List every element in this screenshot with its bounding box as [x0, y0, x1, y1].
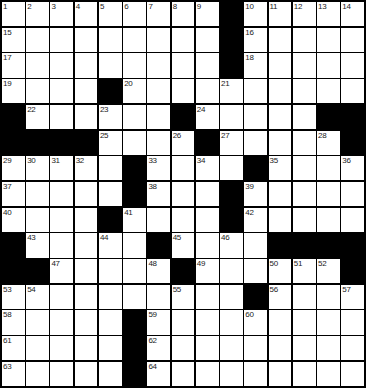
white-cell[interactable]: [75, 362, 98, 386]
black-cell: [220, 53, 243, 77]
white-cell[interactable]: [244, 259, 267, 283]
clue-number: 52: [318, 259, 326, 269]
white-cell[interactable]: 39: [244, 182, 267, 206]
white-cell[interactable]: 63: [2, 362, 25, 386]
black-cell: [147, 233, 170, 257]
white-cell[interactable]: [317, 28, 340, 52]
black-cell: [123, 336, 146, 360]
white-cell[interactable]: 44: [99, 233, 122, 257]
white-cell[interactable]: [293, 336, 316, 360]
black-cell: [75, 131, 98, 155]
clue-number: 44: [100, 233, 108, 243]
clue-number: 48: [148, 259, 156, 269]
white-cell[interactable]: [269, 53, 292, 77]
white-cell[interactable]: 53: [2, 285, 25, 309]
white-cell[interactable]: [99, 53, 122, 77]
clue-number: 12: [294, 2, 302, 12]
white-cell[interactable]: [75, 233, 98, 257]
black-cell: [220, 2, 243, 26]
white-cell[interactable]: 46: [220, 233, 243, 257]
white-cell[interactable]: 4: [75, 2, 98, 26]
white-cell[interactable]: 1: [2, 2, 25, 26]
black-cell: [244, 156, 267, 180]
clue-number: 2: [27, 2, 31, 12]
white-cell[interactable]: [99, 28, 122, 52]
white-cell[interactable]: [26, 79, 49, 103]
white-cell[interactable]: [50, 53, 73, 77]
white-cell[interactable]: 62: [147, 336, 170, 360]
white-cell[interactable]: [341, 310, 364, 334]
white-cell[interactable]: [75, 182, 98, 206]
white-cell[interactable]: 41: [123, 208, 146, 232]
white-cell[interactable]: [123, 259, 146, 283]
white-cell[interactable]: [196, 182, 219, 206]
clue-number: 37: [3, 182, 11, 192]
white-cell[interactable]: [50, 233, 73, 257]
white-cell[interactable]: [269, 79, 292, 103]
clue-number: 25: [100, 131, 108, 141]
white-cell[interactable]: [293, 156, 316, 180]
white-cell[interactable]: [269, 336, 292, 360]
white-cell[interactable]: 54: [26, 285, 49, 309]
white-cell[interactable]: [269, 182, 292, 206]
white-cell[interactable]: [172, 156, 195, 180]
clue-number: 49: [197, 259, 205, 269]
white-cell[interactable]: 21: [220, 79, 243, 103]
white-cell[interactable]: [75, 105, 98, 129]
white-cell[interactable]: 6: [123, 2, 146, 26]
white-cell[interactable]: 38: [147, 182, 170, 206]
white-cell[interactable]: [26, 336, 49, 360]
clue-number: 1: [3, 2, 7, 12]
white-cell[interactable]: [50, 208, 73, 232]
white-cell[interactable]: [196, 310, 219, 334]
white-cell[interactable]: 12: [293, 2, 316, 26]
white-cell[interactable]: 36: [341, 156, 364, 180]
clue-number: 64: [148, 362, 156, 372]
clue-number: 58: [3, 310, 11, 320]
clue-number: 47: [51, 259, 59, 269]
white-cell[interactable]: [26, 182, 49, 206]
white-cell[interactable]: [293, 105, 316, 129]
white-cell[interactable]: 27: [220, 131, 243, 155]
white-cell[interactable]: [75, 285, 98, 309]
white-cell[interactable]: [172, 208, 195, 232]
white-cell[interactable]: [341, 362, 364, 386]
clue-number: 63: [3, 362, 11, 372]
white-cell[interactable]: [99, 182, 122, 206]
white-cell[interactable]: [293, 53, 316, 77]
white-cell[interactable]: [341, 79, 364, 103]
black-cell: [123, 362, 146, 386]
white-cell[interactable]: [293, 28, 316, 52]
white-cell[interactable]: 45: [172, 233, 195, 257]
white-cell[interactable]: [196, 336, 219, 360]
clue-number: 24: [197, 105, 205, 115]
white-cell[interactable]: [26, 53, 49, 77]
black-cell: [196, 131, 219, 155]
white-cell[interactable]: [244, 105, 267, 129]
black-cell: [2, 105, 25, 129]
white-cell[interactable]: 24: [196, 105, 219, 129]
white-cell[interactable]: [293, 310, 316, 334]
clue-number: 61: [3, 336, 11, 346]
white-cell[interactable]: [269, 208, 292, 232]
clue-number: 26: [173, 131, 181, 141]
white-cell[interactable]: [172, 310, 195, 334]
white-cell[interactable]: [123, 131, 146, 155]
white-cell[interactable]: [99, 362, 122, 386]
black-cell: [123, 156, 146, 180]
white-cell[interactable]: 29: [2, 156, 25, 180]
black-cell: [26, 259, 49, 283]
white-cell[interactable]: 20: [123, 79, 146, 103]
white-cell[interactable]: [293, 208, 316, 232]
white-cell[interactable]: [244, 362, 267, 386]
white-cell[interactable]: [123, 28, 146, 52]
white-cell[interactable]: 10: [244, 2, 267, 26]
clue-number: 39: [245, 182, 253, 192]
white-cell[interactable]: [99, 310, 122, 334]
clue-number: 50: [270, 259, 278, 269]
clue-number: 7: [148, 2, 152, 12]
white-cell[interactable]: 25: [99, 131, 122, 155]
white-cell[interactable]: [220, 310, 243, 334]
white-cell[interactable]: [50, 336, 73, 360]
black-cell: [2, 233, 25, 257]
clue-number: 5: [100, 2, 104, 12]
white-cell[interactable]: [147, 208, 170, 232]
white-cell[interactable]: [220, 259, 243, 283]
white-cell[interactable]: [341, 53, 364, 77]
clue-number: 4: [76, 2, 80, 12]
white-cell[interactable]: [196, 233, 219, 257]
white-cell[interactable]: [172, 362, 195, 386]
white-cell[interactable]: [75, 53, 98, 77]
white-cell[interactable]: 15: [2, 28, 25, 52]
white-cell[interactable]: [123, 233, 146, 257]
clue-number: 28: [318, 131, 326, 141]
white-cell[interactable]: 48: [147, 259, 170, 283]
black-cell: [172, 105, 195, 129]
white-cell[interactable]: [196, 208, 219, 232]
white-cell[interactable]: 33: [147, 156, 170, 180]
white-cell[interactable]: [293, 182, 316, 206]
white-cell[interactable]: 42: [244, 208, 267, 232]
white-cell[interactable]: 11: [269, 2, 292, 26]
white-cell[interactable]: [50, 182, 73, 206]
clue-number: 40: [3, 208, 11, 218]
clue-number: 31: [51, 156, 59, 166]
white-cell[interactable]: 7: [147, 2, 170, 26]
black-cell: [123, 182, 146, 206]
white-cell[interactable]: 37: [2, 182, 25, 206]
white-cell[interactable]: 5: [99, 2, 122, 26]
white-cell[interactable]: 56: [269, 285, 292, 309]
white-cell[interactable]: [99, 285, 122, 309]
white-cell[interactable]: [293, 285, 316, 309]
clue-number: 11: [270, 2, 278, 12]
white-cell[interactable]: [26, 362, 49, 386]
white-cell[interactable]: [317, 362, 340, 386]
black-cell: [244, 285, 267, 309]
clue-number: 60: [245, 310, 253, 320]
white-cell[interactable]: 51: [293, 259, 316, 283]
white-cell[interactable]: [147, 28, 170, 52]
white-cell[interactable]: [172, 79, 195, 103]
black-cell: [293, 233, 316, 257]
white-cell[interactable]: 59: [147, 310, 170, 334]
clue-number: 46: [221, 233, 229, 243]
white-cell[interactable]: 22: [26, 105, 49, 129]
white-cell[interactable]: [269, 28, 292, 52]
black-cell: [26, 131, 49, 155]
clue-number: 15: [3, 28, 11, 38]
white-cell[interactable]: [172, 336, 195, 360]
white-cell[interactable]: [26, 310, 49, 334]
white-cell[interactable]: [269, 362, 292, 386]
black-cell: [341, 259, 364, 283]
white-cell[interactable]: [50, 362, 73, 386]
white-cell[interactable]: [50, 79, 73, 103]
clue-number: 27: [221, 131, 229, 141]
white-cell[interactable]: [317, 208, 340, 232]
white-cell[interactable]: 19: [2, 79, 25, 103]
white-cell[interactable]: [147, 105, 170, 129]
black-cell: [317, 233, 340, 257]
white-cell[interactable]: [220, 156, 243, 180]
black-cell: [172, 259, 195, 283]
white-cell[interactable]: [172, 182, 195, 206]
crossword-grid: 1234567891011121314151617181920212223242…: [0, 0, 366, 388]
white-cell[interactable]: 43: [26, 233, 49, 257]
white-cell[interactable]: [220, 336, 243, 360]
white-cell[interactable]: [147, 79, 170, 103]
white-cell[interactable]: [75, 28, 98, 52]
white-cell[interactable]: 31: [50, 156, 73, 180]
clue-number: 62: [148, 336, 156, 346]
white-cell[interactable]: [75, 79, 98, 103]
white-cell[interactable]: 55: [172, 285, 195, 309]
white-cell[interactable]: [293, 79, 316, 103]
white-cell[interactable]: 13: [317, 2, 340, 26]
white-cell[interactable]: [244, 336, 267, 360]
white-cell[interactable]: [244, 79, 267, 103]
white-cell[interactable]: [172, 53, 195, 77]
white-cell[interactable]: 64: [147, 362, 170, 386]
white-cell[interactable]: [341, 336, 364, 360]
clue-number: 13: [318, 2, 326, 12]
white-cell[interactable]: [75, 310, 98, 334]
black-cell: [341, 131, 364, 155]
clue-number: 53: [3, 285, 11, 295]
white-cell[interactable]: 40: [2, 208, 25, 232]
white-cell[interactable]: [50, 105, 73, 129]
white-cell[interactable]: [196, 53, 219, 77]
white-cell[interactable]: 26: [172, 131, 195, 155]
white-cell[interactable]: 50: [269, 259, 292, 283]
white-cell[interactable]: [317, 156, 340, 180]
white-cell[interactable]: 28: [317, 131, 340, 155]
white-cell[interactable]: [196, 79, 219, 103]
white-cell[interactable]: [99, 259, 122, 283]
white-cell[interactable]: [196, 285, 219, 309]
white-cell[interactable]: [317, 310, 340, 334]
clue-number: 38: [148, 182, 156, 192]
white-cell[interactable]: [317, 285, 340, 309]
white-cell[interactable]: 9: [196, 2, 219, 26]
white-cell[interactable]: [50, 28, 73, 52]
clue-number: 54: [27, 285, 35, 295]
white-cell[interactable]: [244, 131, 267, 155]
white-cell[interactable]: [293, 131, 316, 155]
white-cell[interactable]: 35: [269, 156, 292, 180]
clue-number: 10: [245, 2, 253, 12]
white-cell[interactable]: [123, 53, 146, 77]
clue-number: 34: [197, 156, 205, 166]
white-cell[interactable]: 30: [26, 156, 49, 180]
black-cell: [123, 310, 146, 334]
clue-number: 36: [342, 156, 350, 166]
clue-number: 59: [148, 310, 156, 320]
black-cell: [220, 208, 243, 232]
black-cell: [99, 79, 122, 103]
white-cell[interactable]: [26, 208, 49, 232]
clue-number: 57: [342, 285, 350, 295]
white-cell[interactable]: [99, 336, 122, 360]
black-cell: [317, 105, 340, 129]
black-cell: [341, 233, 364, 257]
white-cell[interactable]: [147, 131, 170, 155]
white-cell[interactable]: [123, 285, 146, 309]
clue-number: 29: [3, 156, 11, 166]
clue-number: 20: [124, 79, 132, 89]
clue-number: 6: [124, 2, 128, 12]
clue-number: 3: [51, 2, 55, 12]
white-cell[interactable]: 34: [196, 156, 219, 180]
black-cell: [269, 233, 292, 257]
white-cell[interactable]: [220, 105, 243, 129]
clue-number: 45: [173, 233, 181, 243]
clue-number: 18: [245, 53, 253, 63]
white-cell[interactable]: [196, 28, 219, 52]
white-cell[interactable]: [196, 362, 219, 386]
black-cell: [2, 131, 25, 155]
clue-number: 32: [76, 156, 84, 166]
white-cell[interactable]: [220, 362, 243, 386]
white-cell[interactable]: [75, 208, 98, 232]
white-cell[interactable]: 47: [50, 259, 73, 283]
white-cell[interactable]: [341, 182, 364, 206]
white-cell[interactable]: 58: [2, 310, 25, 334]
clue-number: 35: [270, 156, 278, 166]
clue-number: 16: [245, 28, 253, 38]
black-cell: [2, 259, 25, 283]
clue-number: 51: [294, 259, 302, 269]
white-cell[interactable]: [341, 208, 364, 232]
white-cell[interactable]: [75, 259, 98, 283]
white-cell[interactable]: [317, 182, 340, 206]
clue-number: 56: [270, 285, 278, 295]
white-cell[interactable]: [123, 105, 146, 129]
clue-number: 33: [148, 156, 156, 166]
clue-number: 22: [27, 105, 35, 115]
clue-number: 55: [173, 285, 181, 295]
clue-number: 23: [100, 105, 108, 115]
black-cell: [220, 182, 243, 206]
black-cell: [341, 105, 364, 129]
white-cell[interactable]: 2: [26, 2, 49, 26]
white-cell[interactable]: 3: [50, 2, 73, 26]
white-cell[interactable]: [269, 131, 292, 155]
white-cell[interactable]: [50, 310, 73, 334]
clue-number: 21: [221, 79, 229, 89]
white-cell[interactable]: [269, 105, 292, 129]
clue-number: 17: [3, 53, 11, 63]
white-cell[interactable]: 18: [244, 53, 267, 77]
white-cell[interactable]: 61: [2, 336, 25, 360]
white-cell[interactable]: 17: [2, 53, 25, 77]
white-cell[interactable]: 57: [341, 285, 364, 309]
clue-number: 8: [173, 2, 177, 12]
white-cell[interactable]: [220, 285, 243, 309]
black-cell: [50, 131, 73, 155]
clue-number: 9: [197, 2, 201, 12]
white-cell[interactable]: 49: [196, 259, 219, 283]
white-cell[interactable]: [147, 285, 170, 309]
white-cell[interactable]: [293, 362, 316, 386]
white-cell[interactable]: 52: [317, 259, 340, 283]
clue-number: 14: [342, 2, 350, 12]
white-cell[interactable]: [147, 53, 170, 77]
clue-number: 43: [27, 233, 35, 243]
clue-number: 41: [124, 208, 132, 218]
white-cell[interactable]: [26, 28, 49, 52]
white-cell[interactable]: 23: [99, 105, 122, 129]
white-cell[interactable]: [244, 233, 267, 257]
black-cell: [220, 28, 243, 52]
white-cell[interactable]: 16: [244, 28, 267, 52]
white-cell[interactable]: 60: [244, 310, 267, 334]
white-cell[interactable]: [75, 336, 98, 360]
clue-number: 30: [27, 156, 35, 166]
white-cell[interactable]: 32: [75, 156, 98, 180]
white-cell[interactable]: [50, 285, 73, 309]
white-cell[interactable]: [341, 28, 364, 52]
white-cell[interactable]: [99, 156, 122, 180]
white-cell[interactable]: [317, 79, 340, 103]
clue-number: 19: [3, 79, 11, 89]
black-cell: [99, 208, 122, 232]
white-cell[interactable]: [172, 28, 195, 52]
white-cell[interactable]: [317, 336, 340, 360]
white-cell[interactable]: 14: [341, 2, 364, 26]
clue-number: 42: [245, 208, 253, 218]
white-cell[interactable]: 8: [172, 2, 195, 26]
white-cell[interactable]: [317, 53, 340, 77]
white-cell[interactable]: [269, 310, 292, 334]
